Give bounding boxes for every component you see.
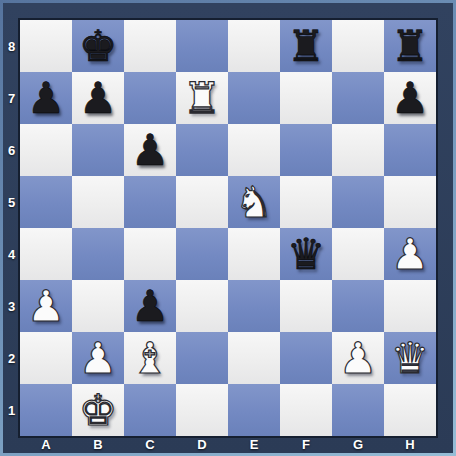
piece-black-rook[interactable]: ♜ bbox=[280, 20, 332, 72]
square-g6[interactable] bbox=[332, 124, 384, 176]
square-c6[interactable]: ♟ bbox=[124, 124, 176, 176]
square-g3[interactable] bbox=[332, 280, 384, 332]
piece-black-queen[interactable]: ♛ bbox=[280, 228, 332, 280]
rank-label-6: 6 bbox=[3, 124, 20, 176]
square-h5[interactable] bbox=[384, 176, 436, 228]
square-c7[interactable] bbox=[124, 72, 176, 124]
square-a5[interactable] bbox=[20, 176, 72, 228]
piece-white-king[interactable]: ♚ bbox=[72, 384, 124, 436]
square-f5[interactable] bbox=[280, 176, 332, 228]
square-b8[interactable]: ♚ bbox=[72, 20, 124, 72]
rank-label-1: 1 bbox=[3, 384, 20, 436]
square-c1[interactable] bbox=[124, 384, 176, 436]
square-d3[interactable] bbox=[176, 280, 228, 332]
piece-black-pawn[interactable]: ♟ bbox=[72, 72, 124, 124]
file-label-e: E bbox=[228, 436, 280, 453]
file-label-a: A bbox=[20, 436, 72, 453]
square-h1[interactable] bbox=[384, 384, 436, 436]
file-label-h: H bbox=[384, 436, 436, 453]
square-f2[interactable] bbox=[280, 332, 332, 384]
piece-black-pawn[interactable]: ♟ bbox=[20, 72, 72, 124]
piece-white-pawn[interactable]: ♟ bbox=[72, 332, 124, 384]
square-b2[interactable]: ♟ bbox=[72, 332, 124, 384]
square-b5[interactable] bbox=[72, 176, 124, 228]
square-g5[interactable] bbox=[332, 176, 384, 228]
square-a6[interactable] bbox=[20, 124, 72, 176]
piece-white-knight[interactable]: ♞ bbox=[228, 176, 280, 228]
square-d2[interactable] bbox=[176, 332, 228, 384]
square-g7[interactable] bbox=[332, 72, 384, 124]
file-label-d: D bbox=[176, 436, 228, 453]
square-f6[interactable] bbox=[280, 124, 332, 176]
square-c3[interactable]: ♟ bbox=[124, 280, 176, 332]
piece-black-pawn[interactable]: ♟ bbox=[384, 72, 436, 124]
rank-label-8: 8 bbox=[3, 20, 20, 72]
rank-label-4: 4 bbox=[3, 228, 20, 280]
piece-white-queen[interactable]: ♛ bbox=[384, 332, 436, 384]
square-e2[interactable] bbox=[228, 332, 280, 384]
square-f4[interactable]: ♛ bbox=[280, 228, 332, 280]
file-label-g: G bbox=[332, 436, 384, 453]
square-h6[interactable] bbox=[384, 124, 436, 176]
square-c2[interactable]: ♝ bbox=[124, 332, 176, 384]
square-c5[interactable] bbox=[124, 176, 176, 228]
square-g2[interactable]: ♟ bbox=[332, 332, 384, 384]
square-h4[interactable]: ♟ bbox=[384, 228, 436, 280]
square-d8[interactable] bbox=[176, 20, 228, 72]
square-b6[interactable] bbox=[72, 124, 124, 176]
square-c4[interactable] bbox=[124, 228, 176, 280]
piece-black-pawn[interactable]: ♟ bbox=[124, 280, 176, 332]
square-a3[interactable]: ♟ bbox=[20, 280, 72, 332]
square-a1[interactable] bbox=[20, 384, 72, 436]
square-d7[interactable]: ♜ bbox=[176, 72, 228, 124]
square-f8[interactable]: ♜ bbox=[280, 20, 332, 72]
piece-white-bishop[interactable]: ♝ bbox=[124, 332, 176, 384]
square-g1[interactable] bbox=[332, 384, 384, 436]
piece-black-rook[interactable]: ♜ bbox=[384, 20, 436, 72]
square-e7[interactable] bbox=[228, 72, 280, 124]
piece-black-pawn[interactable]: ♟ bbox=[124, 124, 176, 176]
square-a8[interactable] bbox=[20, 20, 72, 72]
file-label-c: C bbox=[124, 436, 176, 453]
square-e1[interactable] bbox=[228, 384, 280, 436]
rank-label-7: 7 bbox=[3, 72, 20, 124]
square-h3[interactable] bbox=[384, 280, 436, 332]
rank-label-5: 5 bbox=[3, 176, 20, 228]
square-h8[interactable]: ♜ bbox=[384, 20, 436, 72]
square-a4[interactable] bbox=[20, 228, 72, 280]
square-e6[interactable] bbox=[228, 124, 280, 176]
square-f1[interactable] bbox=[280, 384, 332, 436]
square-b7[interactable]: ♟ bbox=[72, 72, 124, 124]
piece-black-king[interactable]: ♚ bbox=[72, 20, 124, 72]
file-label-b: B bbox=[72, 436, 124, 453]
square-d5[interactable] bbox=[176, 176, 228, 228]
square-e5[interactable]: ♞ bbox=[228, 176, 280, 228]
square-d6[interactable] bbox=[176, 124, 228, 176]
piece-white-pawn[interactable]: ♟ bbox=[384, 228, 436, 280]
square-a7[interactable]: ♟ bbox=[20, 72, 72, 124]
chess-board-frame: ♚♜♜♟♟♜♟♟♞♛♟♟♟♟♝♟♛♚ 87654321ABCDEFGH bbox=[0, 0, 456, 456]
piece-white-pawn[interactable]: ♟ bbox=[20, 280, 72, 332]
square-e3[interactable] bbox=[228, 280, 280, 332]
square-c8[interactable] bbox=[124, 20, 176, 72]
rank-label-3: 3 bbox=[3, 280, 20, 332]
square-e4[interactable] bbox=[228, 228, 280, 280]
piece-white-pawn[interactable]: ♟ bbox=[332, 332, 384, 384]
square-g8[interactable] bbox=[332, 20, 384, 72]
square-f7[interactable] bbox=[280, 72, 332, 124]
square-h2[interactable]: ♛ bbox=[384, 332, 436, 384]
file-label-f: F bbox=[280, 436, 332, 453]
square-f3[interactable] bbox=[280, 280, 332, 332]
square-b4[interactable] bbox=[72, 228, 124, 280]
chess-board: ♚♜♜♟♟♜♟♟♞♛♟♟♟♟♝♟♛♚ bbox=[20, 20, 436, 436]
square-b1[interactable]: ♚ bbox=[72, 384, 124, 436]
square-b3[interactable] bbox=[72, 280, 124, 332]
square-g4[interactable] bbox=[332, 228, 384, 280]
rank-label-2: 2 bbox=[3, 332, 20, 384]
square-d4[interactable] bbox=[176, 228, 228, 280]
square-d1[interactable] bbox=[176, 384, 228, 436]
square-e8[interactable] bbox=[228, 20, 280, 72]
square-a2[interactable] bbox=[20, 332, 72, 384]
piece-white-rook[interactable]: ♜ bbox=[176, 72, 228, 124]
square-h7[interactable]: ♟ bbox=[384, 72, 436, 124]
